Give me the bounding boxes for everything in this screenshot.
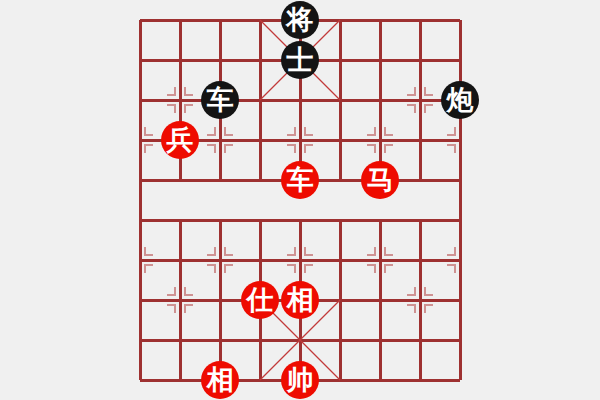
piece-red-advisor[interactable]: 仕 <box>241 281 279 319</box>
screenshot-root: 将士车炮兵车马仕相相帅 <box>0 0 600 400</box>
piece-black-cannon[interactable]: 炮 <box>441 81 479 119</box>
piece-black-chariot[interactable]: 车 <box>201 81 239 119</box>
piece-red-elephant[interactable]: 相 <box>201 361 239 399</box>
piece-red-elephant[interactable]: 相 <box>281 281 319 319</box>
xiangqi-board: 将士车炮兵车马仕相相帅 <box>120 0 480 400</box>
piece-red-general[interactable]: 帅 <box>281 361 319 399</box>
piece-red-horse[interactable]: 马 <box>361 161 399 199</box>
piece-red-chariot[interactable]: 车 <box>281 161 319 199</box>
piece-grid: 将士车炮兵车马仕相相帅 <box>120 0 480 400</box>
piece-black-advisor[interactable]: 士 <box>281 41 319 79</box>
piece-red-soldier[interactable]: 兵 <box>161 121 199 159</box>
piece-black-general[interactable]: 将 <box>281 1 319 39</box>
